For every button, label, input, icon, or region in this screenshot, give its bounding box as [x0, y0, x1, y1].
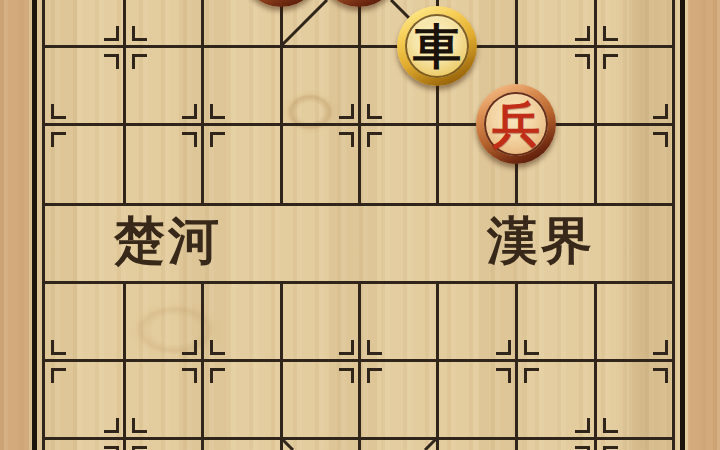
grid-line-v-file5-bottom [436, 281, 439, 450]
marker-corner [210, 104, 225, 119]
board-frame-left [32, 0, 37, 450]
grid-line-v-file0 [42, 0, 45, 450]
marker-corner [339, 368, 354, 383]
piece-red-g3[interactable]: 兵 [476, 84, 556, 164]
marker-corner [132, 446, 147, 450]
marker-corner [182, 340, 197, 355]
grid-line-v-file3-bottom [280, 281, 283, 450]
grid-line-v-file1-top [123, 0, 126, 206]
piece-face: 兵 [484, 92, 548, 156]
piece-red-e1[interactable] [319, 0, 399, 7]
grid-line-v-file1-bottom [123, 281, 126, 450]
marker-corner [603, 418, 618, 433]
grid-line-v-file3-top [280, 0, 283, 206]
grid-line-v-file4-top [358, 0, 361, 206]
grid-line-v-file2-bottom [201, 281, 204, 450]
marker-corner [603, 26, 618, 41]
marker-corner [132, 26, 147, 41]
marker-corner [339, 340, 354, 355]
marker-corner [51, 368, 66, 383]
marker-corner [653, 104, 668, 119]
marker-corner [653, 340, 668, 355]
marker-corner [575, 54, 590, 69]
marker-corner [367, 132, 382, 147]
marker-corner [132, 418, 147, 433]
marker-corner [339, 132, 354, 147]
marker-corner [51, 340, 66, 355]
marker-corner [575, 418, 590, 433]
river-label-chu-he: 楚河 [114, 212, 222, 272]
marker-corner [496, 368, 511, 383]
piece-red-d1[interactable] [241, 0, 321, 7]
marker-corner [51, 132, 66, 147]
marker-corner [210, 340, 225, 355]
marker-corner [339, 104, 354, 119]
marker-corner [575, 26, 590, 41]
marker-corner [653, 368, 668, 383]
marker-corner [51, 104, 66, 119]
marker-corner [104, 54, 119, 69]
marker-corner [210, 132, 225, 147]
grid-line-v-file2-top [201, 0, 204, 206]
marker-corner [132, 54, 147, 69]
marker-corner [104, 26, 119, 41]
board-frame-right [680, 0, 685, 450]
grid-line-v-file7-top [594, 0, 597, 206]
marker-corner [603, 54, 618, 69]
grid-line-v-file7-bottom [594, 281, 597, 450]
piece-glyph: 車 [413, 22, 461, 70]
marker-corner [182, 132, 197, 147]
xiangqi-board-screenshot: 車兵 楚河 漢界 [0, 0, 720, 450]
piece-black-f2[interactable]: 車 [397, 6, 477, 86]
grid-line-v-file8 [672, 0, 675, 450]
marker-corner [182, 368, 197, 383]
marker-corner [104, 446, 119, 450]
marker-corner [210, 368, 225, 383]
marker-corner [524, 340, 539, 355]
board-layer: 車兵 [0, 0, 720, 450]
marker-corner [104, 418, 119, 433]
grid-line-v-file4-bottom [358, 281, 361, 450]
marker-corner [367, 340, 382, 355]
grid-line-v-file6-bottom [515, 281, 518, 450]
piece-face: 車 [405, 14, 469, 78]
river-label-han-jie: 漢界 [487, 212, 595, 272]
piece-glyph: 兵 [492, 100, 540, 148]
marker-corner [524, 368, 539, 383]
marker-corner [653, 132, 668, 147]
marker-corner [182, 104, 197, 119]
marker-corner [367, 368, 382, 383]
marker-corner [496, 340, 511, 355]
marker-corner [603, 446, 618, 450]
marker-corner [367, 104, 382, 119]
marker-corner [575, 446, 590, 450]
